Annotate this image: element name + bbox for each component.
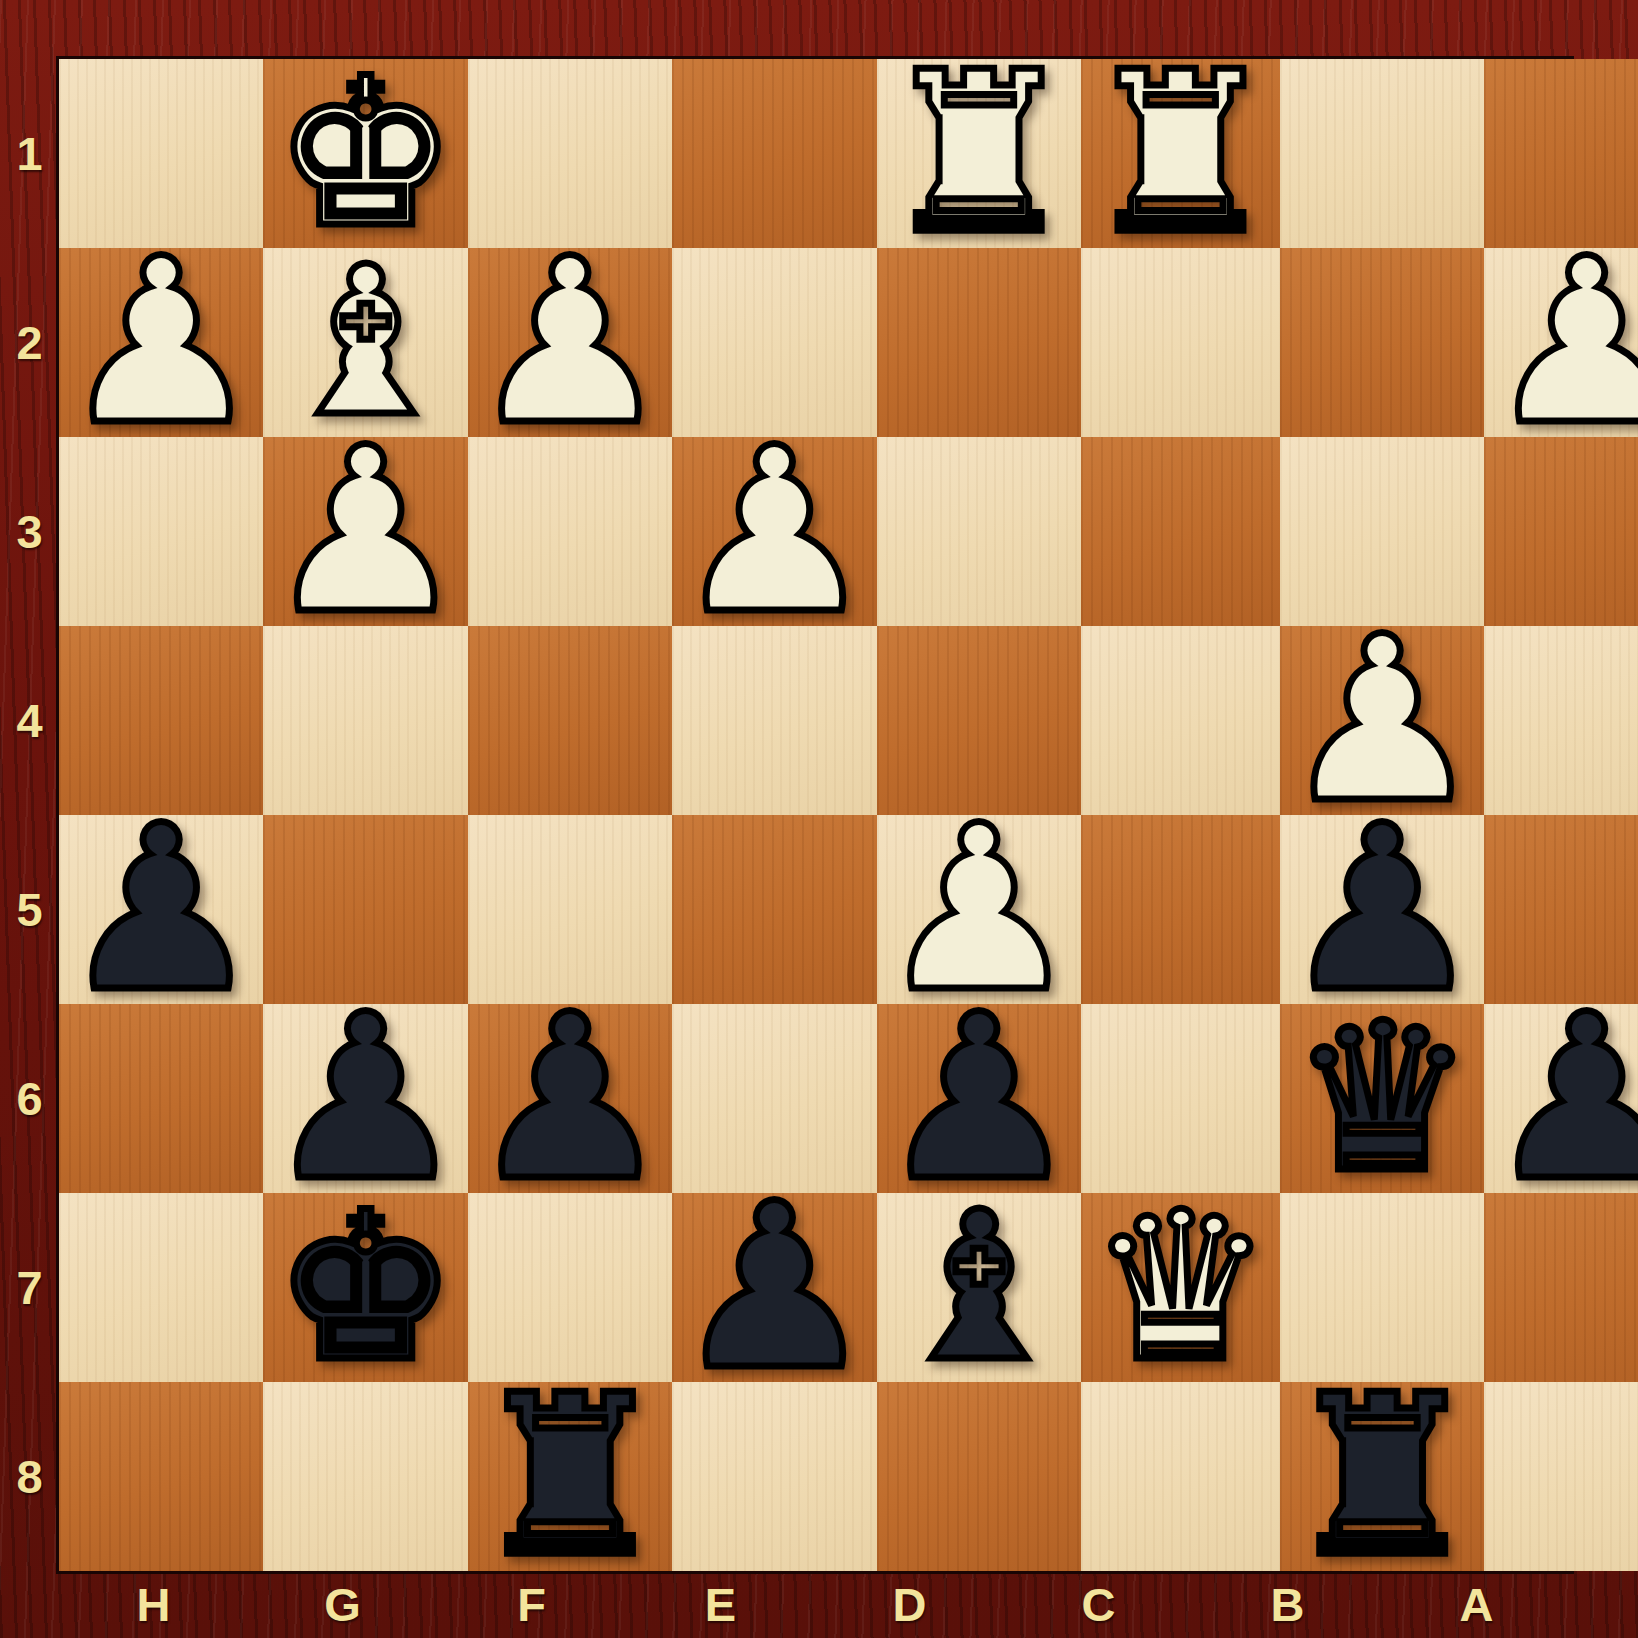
- piece-white-pawn[interactable]: ♟: [263, 437, 467, 626]
- piece-white-rook[interactable]: ♜: [1081, 59, 1280, 248]
- file-label-B: B: [1193, 1571, 1382, 1638]
- rank-label-2: 2: [0, 248, 59, 437]
- square-c3[interactable]: [1081, 437, 1280, 626]
- piece-black-pawn[interactable]: ♟: [672, 1193, 876, 1382]
- square-a6[interactable]: ♟: [1484, 1004, 1638, 1193]
- square-h2[interactable]: ♟: [59, 248, 263, 437]
- board-frame: ♚♜♜♟♝♟♟♟♟♟♟♟♟♟♟♟♛♟♚♟♝♛♜♜ 12345678 HGFEDC…: [0, 0, 1638, 1638]
- square-h5[interactable]: ♟: [59, 815, 263, 1004]
- piece-black-pawn[interactable]: ♟: [877, 1004, 1081, 1193]
- square-a3[interactable]: [1484, 437, 1638, 626]
- square-e3[interactable]: ♟: [672, 437, 876, 626]
- file-label-C: C: [1004, 1571, 1193, 1638]
- square-b2[interactable]: [1280, 248, 1484, 437]
- piece-white-pawn[interactable]: ♟: [468, 248, 672, 437]
- rank-label-3: 3: [0, 437, 59, 626]
- file-label-E: E: [626, 1571, 815, 1638]
- square-f2[interactable]: ♟: [468, 248, 672, 437]
- piece-white-rook[interactable]: ♜: [879, 59, 1078, 248]
- square-f3[interactable]: [468, 437, 672, 626]
- rank-label-5: 5: [0, 815, 59, 1004]
- rank-label-7: 7: [0, 1193, 59, 1382]
- square-f8[interactable]: ♜: [468, 1382, 672, 1571]
- piece-white-pawn[interactable]: ♟: [1484, 248, 1638, 437]
- file-label-G: G: [248, 1571, 437, 1638]
- square-c8[interactable]: [1081, 1382, 1280, 1571]
- square-h6[interactable]: [59, 1004, 263, 1193]
- rank-label-8: 8: [0, 1382, 59, 1571]
- square-g4[interactable]: [263, 626, 467, 815]
- square-d1[interactable]: ♜: [877, 59, 1081, 248]
- piece-black-pawn[interactable]: ♟: [1280, 815, 1484, 1004]
- square-c6[interactable]: [1081, 1004, 1280, 1193]
- square-a8[interactable]: [1484, 1382, 1638, 1571]
- square-b8[interactable]: ♜: [1280, 1382, 1484, 1571]
- piece-black-rook[interactable]: ♜: [1283, 1382, 1482, 1571]
- square-a2[interactable]: ♟: [1484, 248, 1638, 437]
- square-g7[interactable]: ♚: [263, 1193, 467, 1382]
- square-h7[interactable]: [59, 1193, 263, 1382]
- square-d6[interactable]: ♟: [877, 1004, 1081, 1193]
- square-d3[interactable]: [877, 437, 1081, 626]
- square-a7[interactable]: [1484, 1193, 1638, 1382]
- square-e4[interactable]: [672, 626, 876, 815]
- square-e5[interactable]: [672, 815, 876, 1004]
- square-b5[interactable]: ♟: [1280, 815, 1484, 1004]
- square-d7[interactable]: ♝: [877, 1193, 1081, 1382]
- square-e8[interactable]: [672, 1382, 876, 1571]
- file-label-A: A: [1382, 1571, 1571, 1638]
- piece-white-pawn[interactable]: ♟: [59, 248, 263, 437]
- file-label-F: F: [437, 1571, 626, 1638]
- piece-black-pawn[interactable]: ♟: [1484, 1004, 1638, 1193]
- square-e1[interactable]: [672, 59, 876, 248]
- square-d8[interactable]: [877, 1382, 1081, 1571]
- square-f6[interactable]: ♟: [468, 1004, 672, 1193]
- piece-black-pawn[interactable]: ♟: [468, 1004, 672, 1193]
- rank-label-6: 6: [0, 1004, 59, 1193]
- square-c4[interactable]: [1081, 626, 1280, 815]
- square-c7[interactable]: ♛: [1081, 1193, 1280, 1382]
- square-g3[interactable]: ♟: [263, 437, 467, 626]
- square-e7[interactable]: ♟: [672, 1193, 876, 1382]
- square-b6[interactable]: ♛: [1280, 1004, 1484, 1193]
- piece-black-king[interactable]: ♚: [274, 1193, 458, 1382]
- square-d2[interactable]: [877, 248, 1081, 437]
- square-h8[interactable]: [59, 1382, 263, 1571]
- piece-black-queen[interactable]: ♛: [1290, 1004, 1474, 1193]
- file-label-D: D: [815, 1571, 1004, 1638]
- square-c5[interactable]: [1081, 815, 1280, 1004]
- piece-black-bishop[interactable]: ♝: [887, 1193, 1071, 1382]
- piece-white-queen[interactable]: ♛: [1089, 1193, 1273, 1382]
- square-h3[interactable]: [59, 437, 263, 626]
- file-label-H: H: [59, 1571, 248, 1638]
- square-c2[interactable]: [1081, 248, 1280, 437]
- piece-white-pawn[interactable]: ♟: [672, 437, 876, 626]
- square-b1[interactable]: [1280, 59, 1484, 248]
- square-a4[interactable]: [1484, 626, 1638, 815]
- piece-black-pawn[interactable]: ♟: [59, 815, 263, 1004]
- rank-label-1: 1: [0, 59, 59, 248]
- square-f4[interactable]: [468, 626, 672, 815]
- square-g8[interactable]: [263, 1382, 467, 1571]
- square-c1[interactable]: ♜: [1081, 59, 1280, 248]
- square-g6[interactable]: ♟: [263, 1004, 467, 1193]
- piece-black-pawn[interactable]: ♟: [263, 1004, 467, 1193]
- rank-label-4: 4: [0, 626, 59, 815]
- square-g1[interactable]: ♚: [263, 59, 467, 248]
- chess-board: ♚♜♜♟♝♟♟♟♟♟♟♟♟♟♟♟♛♟♚♟♝♛♜♜: [59, 59, 1571, 1571]
- piece-white-king[interactable]: ♚: [274, 59, 458, 248]
- piece-black-rook[interactable]: ♜: [471, 1382, 670, 1571]
